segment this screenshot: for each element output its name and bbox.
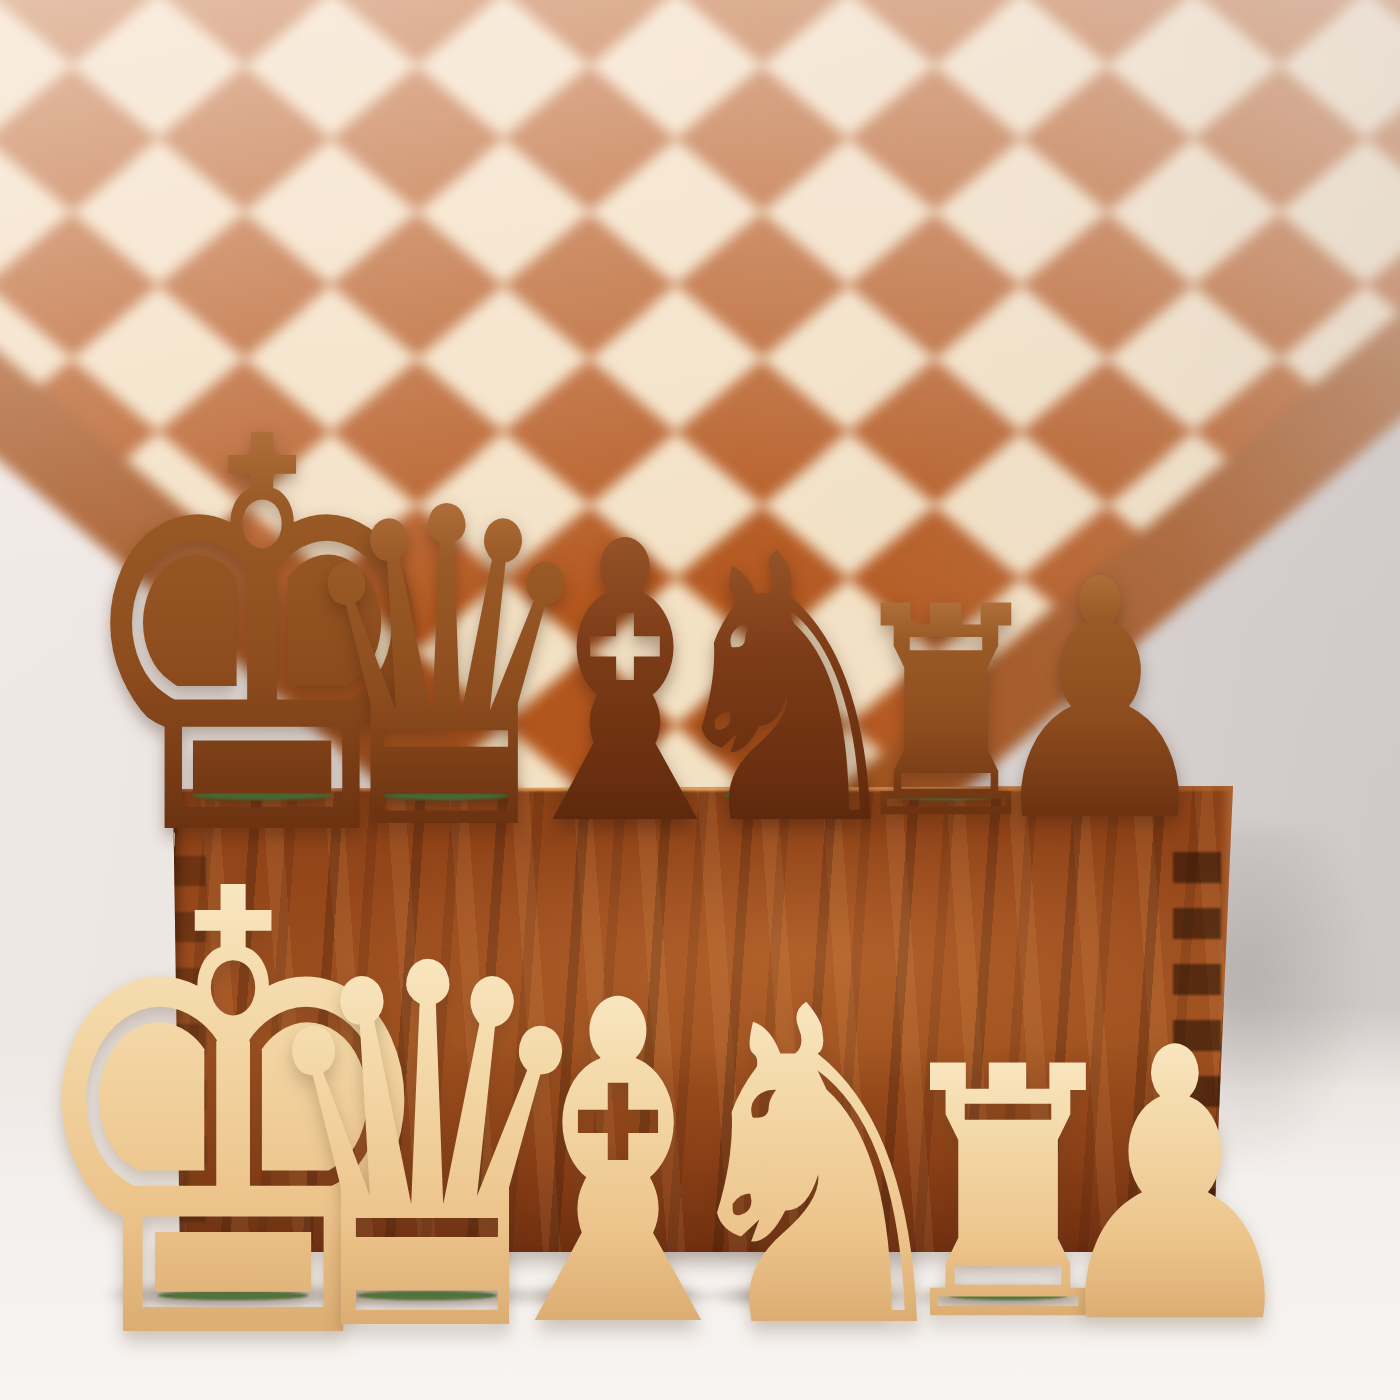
light-pawn: ♟: [1041, 1000, 1310, 1375]
chess-set-photo: ♚ ♛ ♝ ♞ ♜ ♟ ♚ ♛ ♝ ♞ ♜ ♟: [0, 0, 1400, 1400]
dark-pawn: ♟: [982, 537, 1219, 867]
